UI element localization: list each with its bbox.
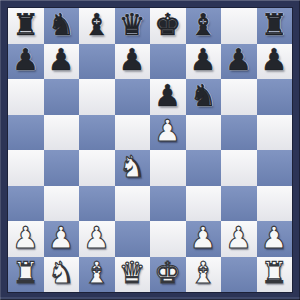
square-h5[interactable] xyxy=(257,115,293,151)
square-a5[interactable] xyxy=(8,115,44,151)
square-g6[interactable] xyxy=(221,79,257,115)
square-h7[interactable]: ♟ xyxy=(257,44,293,80)
square-g5[interactable] xyxy=(221,115,257,151)
square-e3[interactable] xyxy=(150,186,186,222)
square-d5[interactable] xyxy=(115,115,151,151)
black-pawn[interactable]: ♟ xyxy=(119,45,146,75)
square-c7[interactable] xyxy=(79,44,115,80)
square-g1[interactable] xyxy=(221,257,257,293)
black-king[interactable]: ♚ xyxy=(154,10,181,40)
square-a7[interactable]: ♟ xyxy=(8,44,44,80)
square-c4[interactable] xyxy=(79,150,115,186)
black-bishop[interactable]: ♝ xyxy=(190,10,217,40)
black-pawn[interactable]: ♟ xyxy=(190,45,217,75)
square-e6[interactable]: ♟ xyxy=(150,79,186,115)
square-f2[interactable]: ♟ xyxy=(186,221,222,257)
square-b3[interactable] xyxy=(44,186,80,222)
square-f1[interactable]: ♝ xyxy=(186,257,222,293)
square-b2[interactable]: ♟ xyxy=(44,221,80,257)
square-f5[interactable] xyxy=(186,115,222,151)
square-g8[interactable] xyxy=(221,8,257,44)
chess-board: ♜♞♝♛♚♝♜♟♟♟♟♟♟♟♞♟♞♟♟♟♟♟♟♜♞♝♛♚♝♜ xyxy=(8,8,292,292)
square-h2[interactable]: ♟ xyxy=(257,221,293,257)
square-c3[interactable] xyxy=(79,186,115,222)
square-c5[interactable] xyxy=(79,115,115,151)
square-a8[interactable]: ♜ xyxy=(8,8,44,44)
square-d2[interactable] xyxy=(115,221,151,257)
square-b8[interactable]: ♞ xyxy=(44,8,80,44)
square-d7[interactable]: ♟ xyxy=(115,44,151,80)
square-h6[interactable] xyxy=(257,79,293,115)
black-bishop[interactable]: ♝ xyxy=(83,10,110,40)
square-g2[interactable]: ♟ xyxy=(221,221,257,257)
white-pawn[interactable]: ♟ xyxy=(190,223,217,253)
black-knight[interactable]: ♞ xyxy=(48,10,75,40)
white-knight[interactable]: ♞ xyxy=(119,152,146,182)
black-rook[interactable]: ♜ xyxy=(261,10,288,40)
square-e7[interactable] xyxy=(150,44,186,80)
square-e5[interactable]: ♟ xyxy=(150,115,186,151)
square-c6[interactable] xyxy=(79,79,115,115)
square-e8[interactable]: ♚ xyxy=(150,8,186,44)
square-g3[interactable] xyxy=(221,186,257,222)
board-frame: ♜♞♝♛♚♝♜♟♟♟♟♟♟♟♞♟♞♟♟♟♟♟♟♜♞♝♛♚♝♜ xyxy=(0,0,300,300)
white-rook[interactable]: ♜ xyxy=(261,258,288,288)
square-c8[interactable]: ♝ xyxy=(79,8,115,44)
white-pawn[interactable]: ♟ xyxy=(225,223,252,253)
square-b6[interactable] xyxy=(44,79,80,115)
black-knight[interactable]: ♞ xyxy=(190,81,217,111)
square-e4[interactable] xyxy=(150,150,186,186)
square-b1[interactable]: ♞ xyxy=(44,257,80,293)
square-h3[interactable] xyxy=(257,186,293,222)
black-pawn[interactable]: ♟ xyxy=(261,45,288,75)
square-g4[interactable] xyxy=(221,150,257,186)
square-a4[interactable] xyxy=(8,150,44,186)
square-a1[interactable]: ♜ xyxy=(8,257,44,293)
white-knight[interactable]: ♞ xyxy=(48,258,75,288)
square-d3[interactable] xyxy=(115,186,151,222)
square-a3[interactable] xyxy=(8,186,44,222)
square-e2[interactable] xyxy=(150,221,186,257)
white-bishop[interactable]: ♝ xyxy=(83,258,110,288)
white-king[interactable]: ♚ xyxy=(154,258,181,288)
black-pawn[interactable]: ♟ xyxy=(12,45,39,75)
square-b7[interactable]: ♟ xyxy=(44,44,80,80)
square-g7[interactable]: ♟ xyxy=(221,44,257,80)
black-queen[interactable]: ♛ xyxy=(119,10,146,40)
white-pawn[interactable]: ♟ xyxy=(48,223,75,253)
square-c1[interactable]: ♝ xyxy=(79,257,115,293)
square-d4[interactable]: ♞ xyxy=(115,150,151,186)
white-pawn[interactable]: ♟ xyxy=(261,223,288,253)
square-h4[interactable] xyxy=(257,150,293,186)
white-rook[interactable]: ♜ xyxy=(12,258,39,288)
white-bishop[interactable]: ♝ xyxy=(190,258,217,288)
square-f4[interactable] xyxy=(186,150,222,186)
square-a6[interactable] xyxy=(8,79,44,115)
white-pawn[interactable]: ♟ xyxy=(12,223,39,253)
square-h1[interactable]: ♜ xyxy=(257,257,293,293)
square-d6[interactable] xyxy=(115,79,151,115)
square-a2[interactable]: ♟ xyxy=(8,221,44,257)
square-e1[interactable]: ♚ xyxy=(150,257,186,293)
black-pawn[interactable]: ♟ xyxy=(225,45,252,75)
black-pawn[interactable]: ♟ xyxy=(48,45,75,75)
square-b5[interactable] xyxy=(44,115,80,151)
square-f6[interactable]: ♞ xyxy=(186,79,222,115)
square-f8[interactable]: ♝ xyxy=(186,8,222,44)
square-h8[interactable]: ♜ xyxy=(257,8,293,44)
square-f7[interactable]: ♟ xyxy=(186,44,222,80)
white-pawn[interactable]: ♟ xyxy=(154,116,181,146)
square-c2[interactable]: ♟ xyxy=(79,221,115,257)
black-rook[interactable]: ♜ xyxy=(12,10,39,40)
square-d1[interactable]: ♛ xyxy=(115,257,151,293)
square-f3[interactable] xyxy=(186,186,222,222)
white-pawn[interactable]: ♟ xyxy=(83,223,110,253)
square-b4[interactable] xyxy=(44,150,80,186)
white-queen[interactable]: ♛ xyxy=(119,258,146,288)
square-d8[interactable]: ♛ xyxy=(115,8,151,44)
black-pawn[interactable]: ♟ xyxy=(154,81,181,111)
